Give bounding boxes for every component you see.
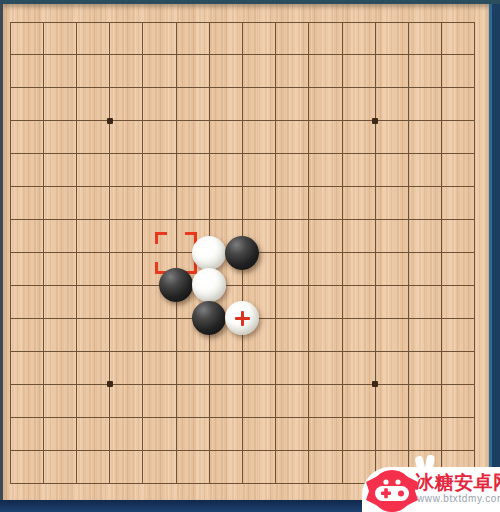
candy-gamepad-logo-icon (364, 466, 420, 512)
left-edge (0, 4, 3, 500)
right-edge (492, 4, 500, 500)
watermark-url: www.btxtdmy.com (417, 493, 500, 504)
go-board[interactable] (3, 4, 489, 500)
top-edge (0, 0, 500, 4)
go-app-screen: 冰糖安卓网 www.btxtdmy.com (0, 0, 500, 512)
